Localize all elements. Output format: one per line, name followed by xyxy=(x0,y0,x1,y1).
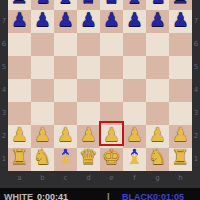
black-rook[interactable]: ♜ xyxy=(10,0,29,8)
rank-label-right-4: 4 xyxy=(192,87,200,94)
square-e3[interactable] xyxy=(100,102,123,125)
white-rook[interactable]: ♜ xyxy=(171,146,190,169)
square-f3[interactable] xyxy=(123,102,146,125)
black-bishop[interactable]: ♝ xyxy=(125,0,144,8)
black-pawn[interactable]: ♟ xyxy=(172,8,189,31)
white-king[interactable]: ♚ xyxy=(102,146,121,169)
white-queen[interactable]: ♛ xyxy=(79,146,98,169)
square-f7[interactable]: ♟ xyxy=(123,10,146,33)
square-f1[interactable]: ♝ xyxy=(123,148,146,171)
square-g3[interactable] xyxy=(146,102,169,125)
square-f5[interactable] xyxy=(123,56,146,79)
square-a1[interactable]: ♜ xyxy=(8,148,31,171)
square-d6[interactable] xyxy=(77,33,100,56)
square-c7[interactable]: ♟ xyxy=(54,10,77,33)
square-c1[interactable]: ♝ xyxy=(54,148,77,171)
square-d7[interactable]: ♟ xyxy=(77,10,100,33)
black-pawn[interactable]: ♟ xyxy=(11,8,28,31)
white-clock: 0:00:41 xyxy=(37,192,68,200)
white-pawn[interactable]: ♟ xyxy=(172,123,189,146)
rank-label-left-4: 4 xyxy=(0,87,8,94)
square-a3[interactable] xyxy=(8,102,31,125)
black-rook[interactable]: ♜ xyxy=(171,0,190,8)
black-clock: 0:01:05 xyxy=(153,192,184,200)
square-b5[interactable] xyxy=(31,56,54,79)
black-king[interactable]: ♚ xyxy=(102,0,121,8)
rank-label-right-2: 2 xyxy=(192,133,200,140)
rank-label-left-2: 2 xyxy=(0,133,8,140)
square-e4[interactable] xyxy=(100,79,123,102)
white-bishop[interactable]: ♝ xyxy=(125,146,144,169)
chess-app-window: ♜♞♝♛♚♝♞♜♟♟♟♟♟♟♟♟♟♟♟♟♟♟♟♟♜♞♝♛♚♝♞♜ abcdefg… xyxy=(0,0,200,200)
file-label-f: f xyxy=(123,175,146,182)
black-knight[interactable]: ♞ xyxy=(148,0,167,8)
white-bishop[interactable]: ♝ xyxy=(56,146,75,169)
black-pawn[interactable]: ♟ xyxy=(149,8,166,31)
square-h3[interactable] xyxy=(169,102,192,125)
square-h4[interactable] xyxy=(169,79,192,102)
black-pawn[interactable]: ♟ xyxy=(80,8,97,31)
square-c5[interactable] xyxy=(54,56,77,79)
white-pawn[interactable]: ♟ xyxy=(126,123,143,146)
square-f4[interactable] xyxy=(123,79,146,102)
square-g5[interactable] xyxy=(146,56,169,79)
white-pawn[interactable]: ♟ xyxy=(11,123,28,146)
square-e7[interactable]: ♟ xyxy=(100,10,123,33)
square-c3[interactable] xyxy=(54,102,77,125)
rank-label-right-8: 8 xyxy=(192,0,200,2)
square-e6[interactable] xyxy=(100,33,123,56)
rank-label-left-3: 3 xyxy=(0,110,8,117)
rank-label-left-5: 5 xyxy=(0,64,8,71)
black-queen[interactable]: ♛ xyxy=(79,0,98,8)
rank-label-right-6: 6 xyxy=(192,41,200,48)
file-label-d: d xyxy=(77,175,100,182)
rank-label-right-1: 1 xyxy=(192,156,200,163)
square-a6[interactable] xyxy=(8,33,31,56)
black-pawn[interactable]: ♟ xyxy=(57,8,74,31)
square-g7[interactable]: ♟ xyxy=(146,10,169,33)
square-d3[interactable] xyxy=(77,102,100,125)
square-h1[interactable]: ♜ xyxy=(169,148,192,171)
square-a5[interactable] xyxy=(8,56,31,79)
black-pawn[interactable]: ♟ xyxy=(126,8,143,31)
file-label-g: g xyxy=(146,175,169,182)
square-b7[interactable]: ♟ xyxy=(31,10,54,33)
square-d5[interactable] xyxy=(77,56,100,79)
status-bar: WHITE 0:00:41 | BLACK 0:01:05 xyxy=(0,188,200,200)
clock-separator: | xyxy=(107,192,110,200)
square-c6[interactable] xyxy=(54,33,77,56)
board-bottom-frame: abcdefgh xyxy=(0,171,200,188)
square-e5[interactable] xyxy=(100,56,123,79)
black-pawn[interactable]: ♟ xyxy=(34,8,51,31)
square-d4[interactable] xyxy=(77,79,100,102)
rank-label-right-5: 5 xyxy=(192,64,200,71)
white-pawn[interactable]: ♟ xyxy=(103,123,120,146)
white-pawn[interactable]: ♟ xyxy=(149,123,166,146)
file-label-c: c xyxy=(54,175,77,182)
black-player-label: BLACK xyxy=(122,192,154,200)
square-c4[interactable] xyxy=(54,79,77,102)
square-a7[interactable]: ♟ xyxy=(8,10,31,33)
rank-label-right-7: 7 xyxy=(192,18,200,25)
square-d1[interactable]: ♛ xyxy=(77,148,100,171)
white-knight[interactable]: ♞ xyxy=(148,146,167,169)
black-pawn[interactable]: ♟ xyxy=(103,8,120,31)
file-label-e: e xyxy=(100,175,123,182)
white-pawn[interactable]: ♟ xyxy=(80,123,97,146)
rank-label-left-7: 7 xyxy=(0,18,8,25)
square-g1[interactable]: ♞ xyxy=(146,148,169,171)
square-e1[interactable]: ♚ xyxy=(100,148,123,171)
white-rook[interactable]: ♜ xyxy=(10,146,29,169)
square-h5[interactable] xyxy=(169,56,192,79)
rank-label-left-6: 6 xyxy=(0,41,8,48)
rank-label-left-1: 1 xyxy=(0,156,8,163)
square-f6[interactable] xyxy=(123,33,146,56)
chess-board[interactable]: ♜♞♝♛♚♝♞♜♟♟♟♟♟♟♟♟♟♟♟♟♟♟♟♟♜♞♝♛♚♝♞♜ xyxy=(8,0,192,171)
square-b1[interactable]: ♞ xyxy=(31,148,54,171)
square-g4[interactable] xyxy=(146,79,169,102)
black-knight[interactable]: ♞ xyxy=(33,0,52,8)
rank-label-left-8: 8 xyxy=(0,0,8,2)
square-g6[interactable] xyxy=(146,33,169,56)
white-pawn[interactable]: ♟ xyxy=(57,123,74,146)
file-label-h: h xyxy=(169,175,192,182)
square-b6[interactable] xyxy=(31,33,54,56)
white-pawn[interactable]: ♟ xyxy=(34,123,51,146)
square-h6[interactable] xyxy=(169,33,192,56)
square-b3[interactable] xyxy=(31,102,54,125)
square-a4[interactable] xyxy=(8,79,31,102)
square-b4[interactable] xyxy=(31,79,54,102)
file-label-a: a xyxy=(8,175,31,182)
file-label-b: b xyxy=(31,175,54,182)
black-bishop[interactable]: ♝ xyxy=(56,0,75,8)
white-knight[interactable]: ♞ xyxy=(33,146,52,169)
rank-label-right-3: 3 xyxy=(192,110,200,117)
square-h7[interactable]: ♟ xyxy=(169,10,192,33)
white-player-label: WHITE xyxy=(4,192,33,200)
